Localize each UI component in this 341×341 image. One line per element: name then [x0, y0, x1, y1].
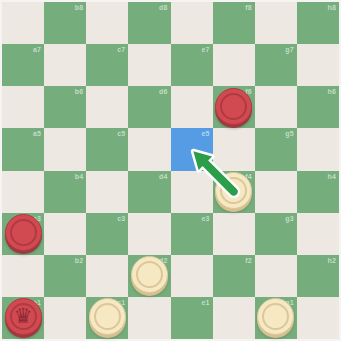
- square-g6[interactable]: [255, 86, 297, 128]
- square-e1[interactable]: e1: [171, 297, 213, 339]
- square-label-c5: c5: [117, 130, 125, 137]
- square-a6[interactable]: [2, 86, 44, 128]
- square-d3[interactable]: [128, 213, 170, 255]
- red-king-a1[interactable]: ♛: [5, 298, 42, 335]
- square-f5[interactable]: [213, 128, 255, 170]
- square-f7[interactable]: [213, 44, 255, 86]
- square-label-e7: e7: [201, 46, 209, 53]
- square-b6[interactable]: b6: [44, 86, 86, 128]
- square-a2[interactable]: [2, 255, 44, 297]
- square-label-b6: b6: [75, 88, 84, 95]
- square-f4[interactable]: f4: [213, 171, 255, 213]
- square-b4[interactable]: b4: [44, 171, 86, 213]
- square-a3[interactable]: a3: [2, 213, 44, 255]
- square-label-a5: a5: [33, 130, 41, 137]
- square-c4[interactable]: [86, 171, 128, 213]
- square-a4[interactable]: [2, 171, 44, 213]
- square-e3[interactable]: e3: [171, 213, 213, 255]
- square-label-e5: e5: [201, 130, 209, 137]
- square-g5[interactable]: g5: [255, 128, 297, 170]
- square-label-e3: e3: [201, 215, 209, 222]
- square-e6[interactable]: [171, 86, 213, 128]
- square-d7[interactable]: [128, 44, 170, 86]
- square-c6[interactable]: [86, 86, 128, 128]
- square-e4[interactable]: [171, 171, 213, 213]
- square-c5[interactable]: c5: [86, 128, 128, 170]
- red-man-f6[interactable]: [215, 88, 252, 125]
- square-label-h2: h2: [327, 257, 336, 264]
- square-c1[interactable]: c1: [86, 297, 128, 339]
- square-g2[interactable]: [255, 255, 297, 297]
- square-f2[interactable]: f2: [213, 255, 255, 297]
- square-label-g3: g3: [285, 215, 294, 222]
- square-a1[interactable]: a1♛: [2, 297, 44, 339]
- square-h3[interactable]: [297, 213, 339, 255]
- square-f1[interactable]: [213, 297, 255, 339]
- square-h1[interactable]: [297, 297, 339, 339]
- square-g1[interactable]: g1: [255, 297, 297, 339]
- square-b7[interactable]: [44, 44, 86, 86]
- square-d8[interactable]: d8: [128, 2, 170, 44]
- square-c2[interactable]: [86, 255, 128, 297]
- square-h5[interactable]: [297, 128, 339, 170]
- square-label-d8: d8: [159, 4, 168, 11]
- white-man-f4[interactable]: [215, 172, 252, 209]
- square-f8[interactable]: f8: [213, 2, 255, 44]
- board-grid: b8d8f8h8a7c7e7g7b6d6f6h6a5c5e5g5b4d4f4h4…: [2, 2, 339, 339]
- white-man-d2[interactable]: [131, 256, 168, 293]
- square-label-h8: h8: [327, 4, 336, 11]
- square-h7[interactable]: [297, 44, 339, 86]
- square-label-g7: g7: [285, 46, 294, 53]
- square-c3[interactable]: c3: [86, 213, 128, 255]
- square-d1[interactable]: [128, 297, 170, 339]
- square-label-f8: f8: [245, 4, 252, 11]
- square-label-g5: g5: [285, 130, 294, 137]
- square-g7[interactable]: g7: [255, 44, 297, 86]
- square-d5[interactable]: [128, 128, 170, 170]
- square-label-h6: h6: [327, 88, 336, 95]
- square-label-d4: d4: [159, 173, 168, 180]
- square-a7[interactable]: a7: [2, 44, 44, 86]
- king-crown-icon: ♛: [6, 299, 41, 334]
- square-label-f2: f2: [245, 257, 252, 264]
- white-man-c1[interactable]: [89, 298, 126, 335]
- square-b8[interactable]: b8: [44, 2, 86, 44]
- square-label-c3: c3: [117, 215, 125, 222]
- square-label-d6: d6: [159, 88, 168, 95]
- square-label-e1: e1: [201, 299, 209, 306]
- square-label-a7: a7: [33, 46, 41, 53]
- square-label-b8: b8: [75, 4, 84, 11]
- square-g8[interactable]: [255, 2, 297, 44]
- square-e7[interactable]: e7: [171, 44, 213, 86]
- red-man-a3[interactable]: [5, 214, 42, 251]
- square-label-b4: b4: [75, 173, 84, 180]
- square-b2[interactable]: b2: [44, 255, 86, 297]
- square-h2[interactable]: h2: [297, 255, 339, 297]
- square-b5[interactable]: [44, 128, 86, 170]
- square-e8[interactable]: [171, 2, 213, 44]
- square-h8[interactable]: h8: [297, 2, 339, 44]
- square-b1[interactable]: [44, 297, 86, 339]
- square-d4[interactable]: d4: [128, 171, 170, 213]
- square-g3[interactable]: g3: [255, 213, 297, 255]
- square-label-c7: c7: [117, 46, 125, 53]
- square-h4[interactable]: h4: [297, 171, 339, 213]
- square-b3[interactable]: [44, 213, 86, 255]
- square-c8[interactable]: [86, 2, 128, 44]
- white-man-g1[interactable]: [257, 298, 294, 335]
- square-d2[interactable]: d2: [128, 255, 170, 297]
- square-g4[interactable]: [255, 171, 297, 213]
- square-label-h4: h4: [327, 173, 336, 180]
- square-e2[interactable]: [171, 255, 213, 297]
- square-e5[interactable]: e5: [171, 128, 213, 170]
- square-h6[interactable]: h6: [297, 86, 339, 128]
- square-d6[interactable]: d6: [128, 86, 170, 128]
- square-a8[interactable]: [2, 2, 44, 44]
- square-label-b2: b2: [75, 257, 84, 264]
- square-f3[interactable]: [213, 213, 255, 255]
- square-f6[interactable]: f6: [213, 86, 255, 128]
- square-c7[interactable]: c7: [86, 44, 128, 86]
- checkers-board: b8d8f8h8a7c7e7g7b6d6f6h6a5c5e5g5b4d4f4h4…: [0, 0, 341, 341]
- square-a5[interactable]: a5: [2, 128, 44, 170]
